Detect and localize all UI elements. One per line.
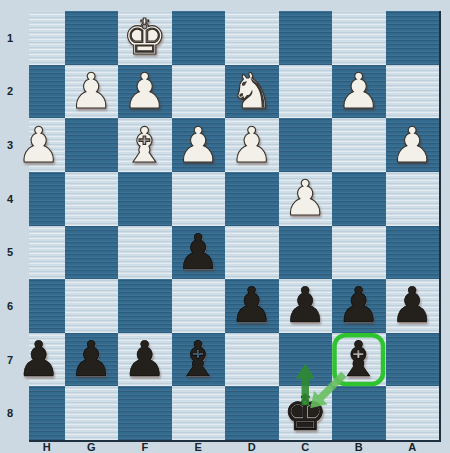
black-pawn-piece[interactable]: ♟ (123, 333, 167, 386)
file-label-f: F (135, 441, 155, 453)
square-d1[interactable] (225, 11, 279, 65)
black-king-piece[interactable]: ♚ (283, 387, 327, 440)
square-a1[interactable] (386, 11, 440, 65)
square-c3[interactable] (279, 118, 333, 172)
square-c8[interactable]: ♚ (279, 386, 333, 440)
square-a5[interactable] (386, 226, 440, 280)
square-f5[interactable] (118, 226, 172, 280)
file-label-b: B (349, 441, 369, 453)
square-g4[interactable] (65, 172, 119, 226)
rank-label-8: 8 (2, 407, 18, 419)
white-pawn-piece[interactable]: ♟ (283, 172, 327, 225)
square-g7[interactable]: ♟ (65, 333, 119, 387)
square-d5[interactable] (225, 226, 279, 280)
square-f8[interactable] (118, 386, 172, 440)
chess-board: ♚♟♟♞♟♟♝♟♟♟♟♟♟♟♟♟♟♟♟♝♝♚ (29, 11, 441, 442)
square-h1[interactable] (29, 11, 65, 65)
square-c5[interactable] (279, 226, 333, 280)
square-h8[interactable] (29, 386, 65, 440)
white-pawn-piece[interactable]: ♟ (337, 65, 381, 118)
square-e8[interactable] (172, 386, 226, 440)
white-king-piece[interactable]: ♚ (123, 11, 167, 64)
black-pawn-piece[interactable]: ♟ (176, 226, 220, 279)
chess-app: ♚♟♟♞♟♟♝♟♟♟♟♟♟♟♟♟♟♟♟♝♝♚ 12345678 HGFEDCBA (0, 0, 450, 453)
square-c7[interactable] (279, 333, 333, 387)
rank-label-7: 7 (2, 354, 18, 366)
square-f7[interactable]: ♟ (118, 333, 172, 387)
file-label-c: C (295, 441, 315, 453)
square-e6[interactable] (172, 279, 226, 333)
square-b7[interactable]: ♝ (332, 333, 386, 387)
square-h5[interactable] (29, 226, 65, 280)
black-pawn-piece[interactable]: ♟ (17, 333, 61, 386)
square-e5[interactable]: ♟ (172, 226, 226, 280)
square-a7[interactable] (386, 333, 440, 387)
square-g6[interactable] (65, 279, 119, 333)
white-bishop-piece[interactable]: ♝ (123, 119, 167, 172)
black-pawn-piece[interactable]: ♟ (230, 279, 274, 332)
square-a6[interactable]: ♟ (386, 279, 440, 333)
square-g3[interactable] (65, 118, 119, 172)
rank-label-3: 3 (2, 139, 18, 151)
square-d7[interactable] (225, 333, 279, 387)
square-f3[interactable]: ♝ (118, 118, 172, 172)
file-label-d: D (242, 441, 262, 453)
square-g2[interactable]: ♟ (65, 65, 119, 119)
black-pawn-piece[interactable]: ♟ (283, 279, 327, 332)
square-c4[interactable]: ♟ (279, 172, 333, 226)
square-b2[interactable]: ♟ (332, 65, 386, 119)
black-pawn-piece[interactable]: ♟ (69, 333, 113, 386)
square-a2[interactable] (386, 65, 440, 119)
square-c1[interactable] (279, 11, 333, 65)
black-bishop-piece[interactable]: ♝ (337, 333, 381, 386)
square-h4[interactable] (29, 172, 65, 226)
rank-label-1: 1 (2, 32, 18, 44)
square-e1[interactable] (172, 11, 226, 65)
square-b6[interactable]: ♟ (332, 279, 386, 333)
black-bishop-piece[interactable]: ♝ (176, 333, 220, 386)
square-e7[interactable]: ♝ (172, 333, 226, 387)
square-h3[interactable]: ♟ (29, 118, 65, 172)
white-pawn-piece[interactable]: ♟ (390, 119, 434, 172)
file-label-h: H (37, 441, 57, 453)
square-g8[interactable] (65, 386, 119, 440)
white-pawn-piece[interactable]: ♟ (123, 65, 167, 118)
black-pawn-piece[interactable]: ♟ (390, 279, 434, 332)
square-a8[interactable] (386, 386, 440, 440)
square-e4[interactable] (172, 172, 226, 226)
rank-label-4: 4 (2, 193, 18, 205)
white-pawn-piece[interactable]: ♟ (230, 119, 274, 172)
white-pawn-piece[interactable]: ♟ (17, 119, 61, 172)
square-g5[interactable] (65, 226, 119, 280)
square-d6[interactable]: ♟ (225, 279, 279, 333)
square-f1[interactable]: ♚ (118, 11, 172, 65)
square-f4[interactable] (118, 172, 172, 226)
square-b3[interactable] (332, 118, 386, 172)
file-label-a: A (402, 441, 422, 453)
square-f2[interactable]: ♟ (118, 65, 172, 119)
file-label-e: E (188, 441, 208, 453)
square-a3[interactable]: ♟ (386, 118, 440, 172)
square-e2[interactable] (172, 65, 226, 119)
square-b1[interactable] (332, 11, 386, 65)
square-d4[interactable] (225, 172, 279, 226)
square-a4[interactable] (386, 172, 440, 226)
white-pawn-piece[interactable]: ♟ (69, 65, 113, 118)
square-h2[interactable] (29, 65, 65, 119)
square-d3[interactable]: ♟ (225, 118, 279, 172)
square-b8[interactable] (332, 386, 386, 440)
white-pawn-piece[interactable]: ♟ (176, 119, 220, 172)
rank-label-2: 2 (2, 85, 18, 97)
square-e3[interactable]: ♟ (172, 118, 226, 172)
file-label-g: G (81, 441, 101, 453)
square-h6[interactable] (29, 279, 65, 333)
rank-label-5: 5 (2, 246, 18, 258)
square-b4[interactable] (332, 172, 386, 226)
square-f6[interactable] (118, 279, 172, 333)
square-d2[interactable]: ♞ (225, 65, 279, 119)
square-h7[interactable]: ♟ (29, 333, 65, 387)
square-b5[interactable] (332, 226, 386, 280)
rank-label-6: 6 (2, 300, 18, 312)
square-c6[interactable]: ♟ (279, 279, 333, 333)
square-c2[interactable] (279, 65, 333, 119)
square-g1[interactable] (65, 11, 119, 65)
square-d8[interactable] (225, 386, 279, 440)
white-knight-piece[interactable]: ♞ (230, 65, 274, 118)
black-pawn-piece[interactable]: ♟ (337, 279, 381, 332)
